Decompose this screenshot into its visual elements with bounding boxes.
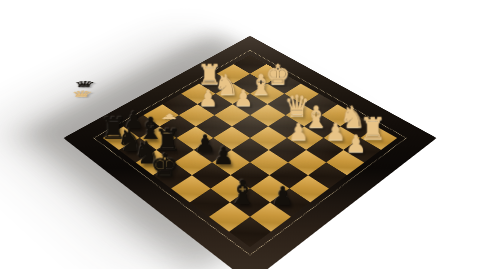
black-rook: ♜ bbox=[94, 113, 134, 145]
photo-scene: ♚♞♜♝♛♝♟♟♜♞♟♟♟♟♟♟♟♝♜♝♜♞♞♚ ♛♛♟ bbox=[0, 0, 500, 269]
square-d4 bbox=[232, 115, 268, 138]
square-c6 bbox=[176, 126, 213, 150]
chess-board: ♚♞♜♝♛♝♟♟♜♞♟♟♟♟♟♟♟♝♜♝♜♞♞♚ ♛♛♟ bbox=[63, 36, 436, 269]
square-a7: ♟ bbox=[123, 115, 159, 138]
product-photo-page: { "game": "chess", "scene": { "type": "s… bbox=[0, 0, 500, 269]
square-f2: ♝ bbox=[304, 115, 340, 138]
square-c5 bbox=[196, 115, 232, 138]
square-h1: ♜ bbox=[360, 126, 397, 150]
extra-white-queen: ♛ bbox=[56, 90, 97, 136]
extra-black-queen: ♛ bbox=[57, 80, 100, 135]
square-h8 bbox=[229, 217, 271, 247]
square-e3 bbox=[268, 115, 304, 138]
playing-area: ♚♞♜♝♛♝♟♟♜♞♟♟♟♟♟♟♟♝♜♝♜♞♞♚ bbox=[103, 55, 397, 247]
